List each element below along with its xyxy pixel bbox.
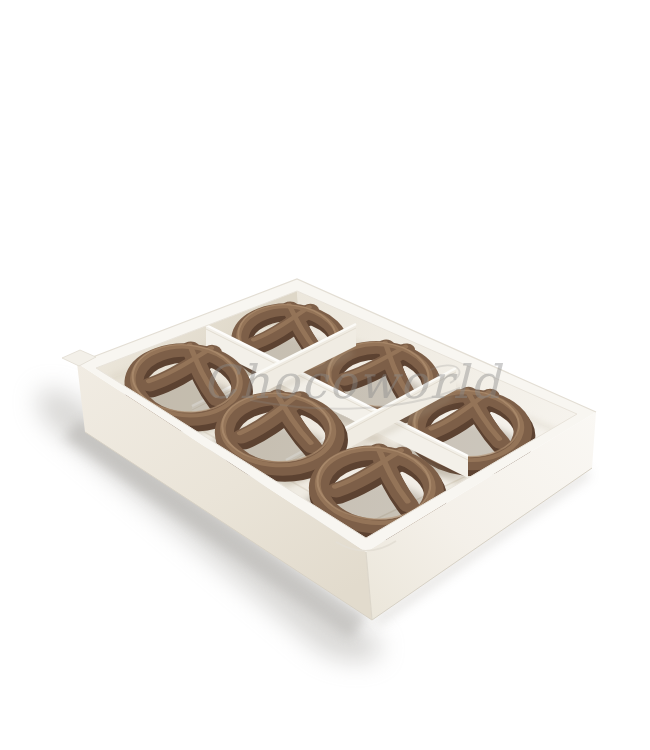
product-photo: Chocoworld [0,0,650,750]
watermark-text: Chocoworld [202,355,503,409]
watermark: Chocoworld [202,355,503,409]
photo-canvas: Chocoworld [0,0,650,750]
